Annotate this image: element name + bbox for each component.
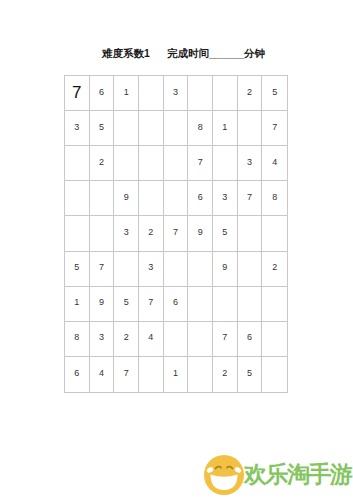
cell-r4c6: 6 [188,181,213,216]
cell-r5c3: 3 [114,216,139,251]
cell-r2c6: 8 [188,111,213,146]
cell-r6c7: 9 [213,252,238,287]
cell-r8c4: 4 [139,322,164,357]
cell-r6c6 [188,252,213,287]
cell-r4c1 [65,181,90,216]
cell-r7c8 [238,287,263,322]
cell-r1c6 [188,76,213,111]
cell-r4c2 [90,181,115,216]
cell-r2c1: 3 [65,111,90,146]
cell-r8c8: 6 [238,322,263,357]
cell-r6c9: 2 [262,252,287,287]
cell-r2c5 [164,111,189,146]
cell-r1c9: 5 [262,76,287,111]
cell-r6c8 [238,252,263,287]
cell-r7c2: 9 [90,287,115,322]
cell-r4c9: 8 [262,181,287,216]
cell-r9c4 [139,357,164,392]
difficulty-label: 难度系数1 [102,47,150,59]
cell-r9c9 [262,357,287,392]
cell-r3c8: 3 [238,146,263,181]
cell-r8c2: 3 [90,322,115,357]
cell-r8c3: 2 [114,322,139,357]
watermark-text: 欢乐淘手游 [244,463,352,486]
cell-r1c3: 1 [114,76,139,111]
cell-r4c5 [164,181,189,216]
cell-r5c9 [262,216,287,251]
cell-r3c5 [164,146,189,181]
cell-r9c8: 5 [238,357,263,392]
cell-r7c1: 1 [65,287,90,322]
cell-r9c7: 2 [213,357,238,392]
cell-r3c6: 7 [188,146,213,181]
cell-r2c7: 1 [213,111,238,146]
cell-r3c7 [213,146,238,181]
cell-r5c1 [65,216,90,251]
cell-r6c2: 7 [90,252,115,287]
cell-r8c7: 7 [213,322,238,357]
cell-r5c8 [238,216,263,251]
cell-r3c3 [114,146,139,181]
laughing-face-icon [204,455,244,495]
cell-r4c3: 9 [114,181,139,216]
cell-r6c5 [164,252,189,287]
cell-r9c5: 1 [164,357,189,392]
cell-r7c5: 6 [164,287,189,322]
cell-r7c7 [213,287,238,322]
cell-r5c7: 5 [213,216,238,251]
cell-r9c3: 7 [114,357,139,392]
worksheet-page: 难度系数1 完成时间______分钟 761325358172734963783… [0,0,353,500]
cell-r7c3: 5 [114,287,139,322]
cell-r4c7: 3 [213,181,238,216]
cell-r1c7 [213,76,238,111]
watermark: 欢乐淘手游 [204,454,352,495]
cell-r3c4 [139,146,164,181]
cell-r4c8: 7 [238,181,263,216]
cell-r1c1: 7 [65,76,90,111]
cell-r3c1 [65,146,90,181]
cell-r2c4 [139,111,164,146]
cell-r9c6 [188,357,213,392]
cell-r3c2: 2 [90,146,115,181]
cell-r6c4: 3 [139,252,164,287]
cell-r6c1: 5 [65,252,90,287]
cell-r2c3 [114,111,139,146]
completion-time-label: 完成时间______分钟 [167,47,265,59]
cell-r5c5: 7 [164,216,189,251]
cell-r2c9: 7 [262,111,287,146]
cell-r8c1: 8 [65,322,90,357]
cell-r2c8 [238,111,263,146]
cell-r1c5: 3 [164,76,189,111]
cell-r9c2: 4 [90,357,115,392]
cell-r6c3 [114,252,139,287]
cell-r4c4 [139,181,164,216]
cell-r8c6 [188,322,213,357]
cell-r5c6: 9 [188,216,213,251]
cell-r8c9 [262,322,287,357]
cell-r8c5 [164,322,189,357]
cell-r5c2 [90,216,115,251]
cell-r3c9: 4 [262,146,287,181]
cell-r7c9 [262,287,287,322]
cell-r1c4 [139,76,164,111]
sudoku-grid: 7613253581727349637832795573921957683247… [64,75,288,393]
cell-r1c2: 6 [90,76,115,111]
cell-r9c1: 6 [65,357,90,392]
cell-r1c8: 2 [238,76,263,111]
cell-r7c6 [188,287,213,322]
cell-r2c2: 5 [90,111,115,146]
cell-r7c4: 7 [139,287,164,322]
cell-r5c4: 2 [139,216,164,251]
